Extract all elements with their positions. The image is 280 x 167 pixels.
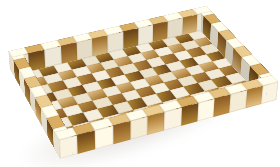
wall-block: [123, 28, 138, 49]
wall-block: [147, 112, 164, 135]
wall-block: [153, 21, 168, 42]
product-photo-background: [0, 0, 280, 167]
wall-block: [108, 32, 123, 53]
wall-block: [45, 46, 62, 67]
wall-block: [182, 14, 197, 35]
wall-block: [213, 94, 230, 117]
wall-block: [77, 130, 95, 154]
wall-block: [61, 42, 77, 63]
wall-block: [181, 103, 198, 126]
wall-block: [138, 25, 153, 46]
wall-block: [245, 86, 262, 109]
wall-block: [92, 35, 108, 56]
wall-block: [229, 90, 246, 113]
wall-block: [168, 18, 183, 39]
wall-block: [197, 99, 214, 122]
perspective-stage: [0, 0, 280, 167]
wall-block: [59, 135, 78, 159]
checkerboard-tray: [10, 23, 276, 159]
wall-block: [113, 121, 131, 144]
wall-block: [130, 116, 147, 139]
wall-block: [95, 126, 113, 150]
wall-block: [77, 39, 93, 60]
wall-block: [261, 82, 278, 104]
wall-block: [164, 107, 181, 130]
